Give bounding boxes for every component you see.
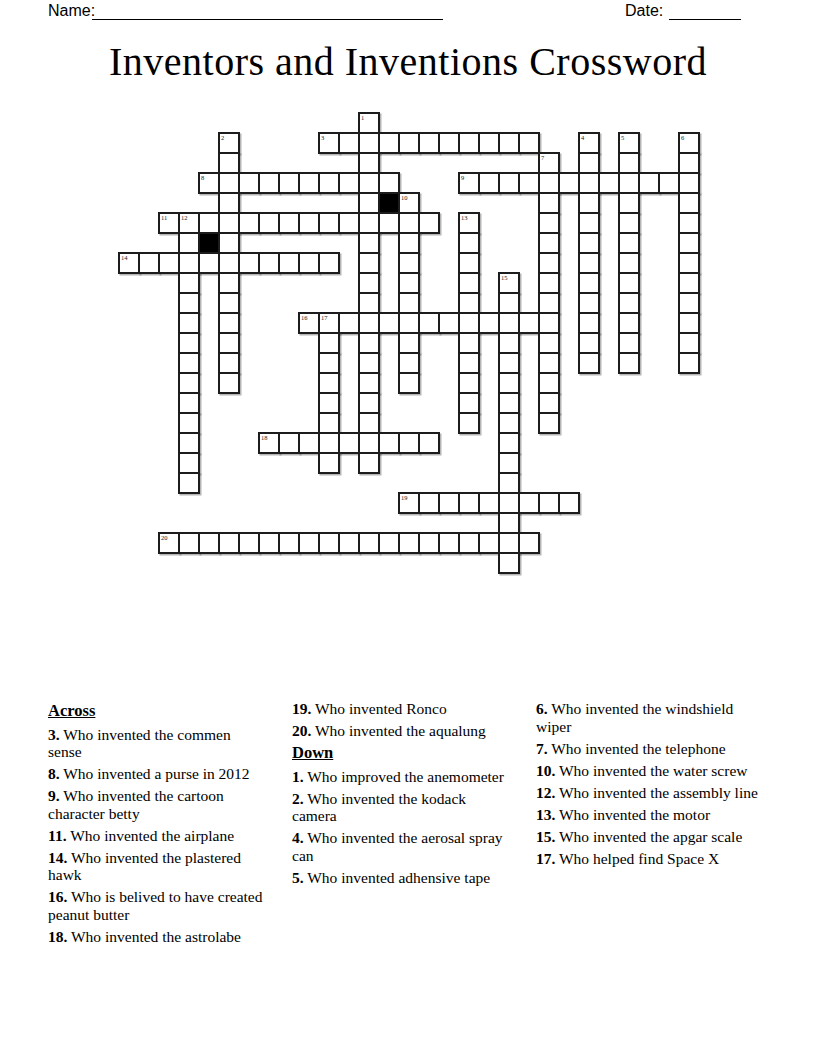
grid-cell[interactable] <box>578 312 600 334</box>
grid-cell[interactable] <box>358 232 380 254</box>
grid-cell[interactable] <box>518 132 540 154</box>
grid-cell[interactable] <box>378 132 400 154</box>
grid-cell[interactable] <box>618 272 640 294</box>
grid-cell[interactable] <box>538 252 560 274</box>
grid-cell[interactable] <box>618 172 640 194</box>
grid-cell[interactable] <box>358 332 380 354</box>
grid-cell[interactable] <box>218 312 240 334</box>
clue-number: 2. <box>292 790 304 807</box>
date-label: Date: <box>625 2 663 20</box>
grid-cell[interactable] <box>238 172 260 194</box>
grid-cell[interactable] <box>498 512 520 534</box>
grid-cell[interactable] <box>398 212 420 234</box>
grid-cell[interactable] <box>398 252 420 274</box>
grid-cell[interactable] <box>318 532 340 554</box>
clue-number: 1 <box>361 114 364 122</box>
grid-cell[interactable] <box>278 532 300 554</box>
grid-cell[interactable] <box>418 132 440 154</box>
grid-cell[interactable] <box>278 252 300 274</box>
clue-number: 6 <box>681 134 684 142</box>
grid-cell[interactable] <box>258 212 280 234</box>
across-heading: Across <box>48 702 263 720</box>
clue-number: 16. <box>48 888 67 905</box>
clue-number: 8 <box>201 174 204 182</box>
blocked-cell <box>198 232 220 254</box>
grid-cell[interactable]: 1 <box>358 112 380 134</box>
grid-cell[interactable] <box>298 212 320 234</box>
grid-cell[interactable] <box>418 532 440 554</box>
grid-cell[interactable] <box>178 292 200 314</box>
grid-cell[interactable] <box>358 372 380 394</box>
clue-number: 5. <box>292 869 304 886</box>
grid-cell[interactable] <box>358 212 380 234</box>
grid-cell[interactable] <box>178 352 200 374</box>
clue-down-7: 7. Who invented the telephone <box>536 740 758 758</box>
clue-down-17: 17. Who helped find Space X <box>536 850 758 868</box>
grid-cell[interactable] <box>178 392 200 414</box>
grid-cell[interactable] <box>518 172 540 194</box>
clue-number: 7 <box>541 154 544 162</box>
grid-cell[interactable] <box>438 312 460 334</box>
grid-cell[interactable] <box>358 452 380 474</box>
grid-cell[interactable] <box>538 392 560 414</box>
grid-cell[interactable] <box>478 532 500 554</box>
grid-cell[interactable] <box>218 372 240 394</box>
grid-cell[interactable] <box>498 492 520 514</box>
grid-cell[interactable]: 6 <box>678 132 700 154</box>
grid-cell[interactable] <box>378 432 400 454</box>
name-label: Name: <box>48 2 95 20</box>
grid-cell[interactable]: 20 <box>158 532 180 554</box>
grid-cell[interactable] <box>458 312 480 334</box>
grid-cell[interactable] <box>398 372 420 394</box>
grid-cell[interactable] <box>218 252 240 274</box>
clue-number: 3. <box>48 726 60 743</box>
grid-cell[interactable] <box>538 312 560 334</box>
grid-cell[interactable] <box>498 352 520 374</box>
grid-cell[interactable] <box>318 332 340 354</box>
grid-cell[interactable] <box>518 312 540 334</box>
clue-column-1: Across3. Who invented the commen sense8.… <box>48 700 263 950</box>
grid-cell[interactable]: 18 <box>258 432 280 454</box>
grid-cell[interactable] <box>238 532 260 554</box>
grid-cell[interactable] <box>338 172 360 194</box>
grid-cell[interactable] <box>178 472 200 494</box>
grid-cell[interactable] <box>458 292 480 314</box>
grid-cell[interactable] <box>458 492 480 514</box>
clue-number: 13. <box>536 806 555 823</box>
grid-cell[interactable] <box>218 232 240 254</box>
grid-cell[interactable] <box>398 312 420 334</box>
grid-cell[interactable] <box>638 172 660 194</box>
grid-cell[interactable]: 12 <box>178 212 200 234</box>
clue-number: 20. <box>292 722 311 739</box>
grid-cell[interactable] <box>538 332 560 354</box>
grid-cell[interactable] <box>358 152 380 174</box>
grid-cell[interactable] <box>438 132 460 154</box>
grid-cell[interactable]: 14 <box>118 252 140 274</box>
clue-across-19: 19. Who invented Ronco <box>292 700 504 718</box>
grid-cell[interactable] <box>538 212 560 234</box>
clue-down-10: 10. Who invented the water screw <box>536 762 758 780</box>
grid-cell[interactable] <box>218 292 240 314</box>
clue-number: 5 <box>621 134 624 142</box>
grid-cell[interactable] <box>678 292 700 314</box>
grid-cell[interactable] <box>278 432 300 454</box>
clue-number: 11 <box>161 214 167 222</box>
grid-cell[interactable] <box>538 192 560 214</box>
grid-cell[interactable] <box>218 212 240 234</box>
grid-cell[interactable] <box>318 252 340 274</box>
grid-cell[interactable]: 5 <box>618 132 640 154</box>
clue-across-9: 9. Who invented the cartoon character be… <box>48 787 263 822</box>
grid-cell[interactable] <box>618 232 640 254</box>
grid-cell[interactable] <box>338 432 360 454</box>
grid-cell[interactable]: 15 <box>498 272 520 294</box>
grid-cell[interactable]: 4 <box>578 132 600 154</box>
grid-cell[interactable] <box>618 192 640 214</box>
grid-cell[interactable] <box>678 172 700 194</box>
grid-cell[interactable] <box>318 432 340 454</box>
grid-cell[interactable] <box>518 532 540 554</box>
grid-cell[interactable] <box>178 272 200 294</box>
clue-down-6: 6. Who invented the windshield wiper <box>536 700 758 735</box>
grid-cell[interactable] <box>438 532 460 554</box>
grid-cell[interactable] <box>678 252 700 274</box>
grid-cell[interactable] <box>538 492 560 514</box>
grid-cell[interactable] <box>358 272 380 294</box>
grid-cell[interactable] <box>378 172 400 194</box>
grid-cell[interactable] <box>218 352 240 374</box>
clue-down-15: 15. Who invented the apgar scale <box>536 828 758 846</box>
grid-cell[interactable] <box>318 392 340 414</box>
grid-cell[interactable] <box>498 292 520 314</box>
grid-cell[interactable] <box>258 532 280 554</box>
crossword-grid: 1234567891011121314151617181920 <box>118 112 702 576</box>
grid-cell[interactable]: 13 <box>458 212 480 234</box>
grid-cell[interactable] <box>618 292 640 314</box>
grid-cell[interactable] <box>218 532 240 554</box>
grid-cell[interactable]: 2 <box>218 132 240 154</box>
grid-cell[interactable] <box>498 552 520 574</box>
grid-cell[interactable] <box>398 332 420 354</box>
grid-cell[interactable]: 10 <box>398 192 420 214</box>
grid-cell[interactable] <box>478 492 500 514</box>
grid-cell[interactable] <box>458 392 480 414</box>
grid-cell[interactable] <box>578 152 600 174</box>
clue-number: 14 <box>121 254 128 262</box>
clue-number: 20 <box>161 534 168 542</box>
grid-cell[interactable] <box>298 172 320 194</box>
clue-number: 12. <box>536 784 555 801</box>
grid-cell[interactable] <box>678 232 700 254</box>
grid-cell[interactable] <box>538 372 560 394</box>
grid-cell[interactable] <box>538 172 560 194</box>
clue-number: 14. <box>48 849 67 866</box>
grid-cell[interactable] <box>538 412 560 434</box>
grid-cell[interactable] <box>298 432 320 454</box>
grid-cell[interactable] <box>678 272 700 294</box>
grid-cell[interactable] <box>398 352 420 374</box>
grid-cell[interactable] <box>158 252 180 274</box>
grid-cell[interactable] <box>618 332 640 354</box>
grid-cell[interactable] <box>258 252 280 274</box>
grid-cell[interactable] <box>318 212 340 234</box>
grid-cell[interactable] <box>358 412 380 434</box>
clue-number: 9 <box>461 174 464 182</box>
clue-number: 1. <box>292 768 304 785</box>
grid-cell[interactable] <box>358 252 380 274</box>
grid-cell[interactable] <box>398 232 420 254</box>
clue-number: 17 <box>321 314 328 322</box>
clue-down-5: 5. Who invented adhensive tape <box>292 869 504 887</box>
grid-cell[interactable] <box>458 352 480 374</box>
grid-cell[interactable] <box>358 392 380 414</box>
grid-cell[interactable] <box>338 312 360 334</box>
clue-number: 17. <box>536 850 555 867</box>
clue-number: 15. <box>536 828 555 845</box>
grid-cell[interactable] <box>378 212 400 234</box>
grid-cell[interactable]: 9 <box>458 172 480 194</box>
grid-cell[interactable] <box>218 272 240 294</box>
grid-cell[interactable] <box>538 272 560 294</box>
grid-cell[interactable] <box>678 352 700 374</box>
grid-cell[interactable] <box>338 132 360 154</box>
grid-cell[interactable] <box>218 152 240 174</box>
clue-number: 4 <box>581 134 584 142</box>
clue-number: 6. <box>536 700 548 717</box>
clue-down-4: 4. Who invented the aerosal spray can <box>292 829 504 864</box>
grid-cell[interactable] <box>398 532 420 554</box>
clue-number: 9. <box>48 787 60 804</box>
grid-cell[interactable] <box>458 252 480 274</box>
grid-cell[interactable] <box>238 252 260 274</box>
page-title: Inventors and Inventions Crossword <box>0 38 816 85</box>
grid-cell[interactable] <box>678 192 700 214</box>
grid-cell[interactable] <box>578 292 600 314</box>
clue-number: 2 <box>221 134 224 142</box>
clue-number: 18. <box>48 928 67 945</box>
grid-cell[interactable] <box>458 532 480 554</box>
clue-number: 10. <box>536 762 555 779</box>
grid-cell[interactable] <box>458 332 480 354</box>
grid-cell[interactable]: 19 <box>398 492 420 514</box>
grid-cell[interactable] <box>458 132 480 154</box>
grid-cell[interactable] <box>458 232 480 254</box>
grid-cell[interactable] <box>618 212 640 234</box>
grid-cell[interactable] <box>218 192 240 214</box>
grid-cell[interactable] <box>198 532 220 554</box>
grid-cell[interactable] <box>458 412 480 434</box>
grid-cell[interactable] <box>678 152 700 174</box>
grid-cell[interactable] <box>458 372 480 394</box>
grid-cell[interactable] <box>178 532 200 554</box>
grid-cell[interactable] <box>438 492 460 514</box>
grid-cell[interactable] <box>578 212 600 234</box>
clue-across-8: 8. Who invented a purse in 2012 <box>48 765 263 783</box>
grid-cell[interactable] <box>498 132 520 154</box>
grid-cell[interactable] <box>358 312 380 334</box>
grid-cell[interactable] <box>618 252 640 274</box>
clue-number: 11. <box>48 827 67 844</box>
clue-across-11: 11. Who invented the airplane <box>48 827 263 845</box>
grid-cell[interactable] <box>678 332 700 354</box>
grid-cell[interactable]: 7 <box>538 152 560 174</box>
grid-cell[interactable] <box>318 412 340 434</box>
grid-cell[interactable] <box>338 532 360 554</box>
grid-cell[interactable] <box>318 452 340 474</box>
grid-cell[interactable] <box>598 172 620 194</box>
grid-cell[interactable] <box>178 232 200 254</box>
clue-number: 19. <box>292 700 311 717</box>
grid-cell[interactable]: 16 <box>298 312 320 334</box>
grid-cell[interactable] <box>618 312 640 334</box>
grid-cell[interactable] <box>498 412 520 434</box>
clue-down-13: 13. Who invented the motor <box>536 806 758 824</box>
clue-column-3: 6. Who invented the windshield wiper7. W… <box>536 700 758 872</box>
grid-cell[interactable] <box>418 212 440 234</box>
grid-cell[interactable] <box>358 352 380 374</box>
clue-down-2: 2. Who invented the kodack camera <box>292 790 504 825</box>
grid-cell[interactable]: 3 <box>318 132 340 154</box>
grid-cell[interactable] <box>178 252 200 274</box>
grid-cell[interactable] <box>398 432 420 454</box>
grid-cell[interactable] <box>518 492 540 514</box>
grid-cell[interactable]: 11 <box>158 212 180 234</box>
grid-cell[interactable] <box>578 352 600 374</box>
grid-cell[interactable] <box>278 172 300 194</box>
grid-cell[interactable] <box>358 292 380 314</box>
grid-cell[interactable] <box>578 172 600 194</box>
grid-cell[interactable] <box>318 172 340 194</box>
grid-cell[interactable] <box>218 172 240 194</box>
grid-cell[interactable] <box>178 332 200 354</box>
grid-cell[interactable] <box>398 132 420 154</box>
grid-cell[interactable] <box>618 352 640 374</box>
clue-number: 15 <box>501 274 508 282</box>
clue-across-14: 14. Who invented the plastered hawk <box>48 849 263 884</box>
clue-across-18: 18. Who invented the astrolabe <box>48 928 263 946</box>
grid-cell[interactable]: 17 <box>318 312 340 334</box>
grid-cell[interactable] <box>298 252 320 274</box>
grid-cell[interactable] <box>378 312 400 334</box>
grid-cell[interactable] <box>498 332 520 354</box>
clue-across-20: 20. Who invented the aqualung <box>292 722 504 740</box>
grid-cell[interactable] <box>298 532 320 554</box>
clue-number: 12 <box>181 214 188 222</box>
grid-cell[interactable] <box>418 432 440 454</box>
clue-column-2: 19. Who invented Ronco20. Who invented t… <box>292 700 504 891</box>
grid-cell[interactable] <box>318 372 340 394</box>
grid-cell[interactable] <box>198 252 220 274</box>
clue-number: 3 <box>321 134 324 142</box>
grid-cell[interactable] <box>578 232 600 254</box>
clue-down-12: 12. Who invented the assembly line <box>536 784 758 802</box>
worksheet-page: Name: Date: Inventors and Inventions Cro… <box>0 0 816 1056</box>
grid-cell[interactable] <box>578 332 600 354</box>
name-blank-line[interactable] <box>92 2 443 20</box>
clue-across-3: 3. Who invented the commen sense <box>48 726 263 761</box>
grid-cell[interactable]: 8 <box>198 172 220 194</box>
clue-number: 16 <box>301 314 308 322</box>
clue-across-16: 16. Who is belived to have created peanu… <box>48 888 263 923</box>
grid-cell[interactable] <box>378 532 400 554</box>
grid-cell[interactable] <box>338 212 360 234</box>
clue-number: 4. <box>292 829 304 846</box>
grid-cell[interactable] <box>618 152 640 174</box>
clue-number: 18 <box>261 434 268 442</box>
grid-cell[interactable] <box>478 172 500 194</box>
grid-cell[interactable] <box>498 172 520 194</box>
grid-cell[interactable] <box>398 272 420 294</box>
grid-cell[interactable] <box>258 172 280 194</box>
grid-cell[interactable] <box>658 172 680 194</box>
grid-cell[interactable] <box>498 472 520 494</box>
grid-cell[interactable] <box>478 132 500 154</box>
grid-cell[interactable] <box>358 132 380 154</box>
grid-cell[interactable] <box>578 252 600 274</box>
grid-cell[interactable] <box>538 352 560 374</box>
grid-cell[interactable] <box>138 252 160 274</box>
grid-cell[interactable] <box>538 292 560 314</box>
grid-cell[interactable] <box>178 312 200 334</box>
grid-cell[interactable] <box>178 372 200 394</box>
grid-cell[interactable] <box>178 452 200 474</box>
grid-cell[interactable] <box>218 332 240 354</box>
grid-cell[interactable] <box>538 232 560 254</box>
grid-cell[interactable] <box>498 392 520 414</box>
clue-number: 19 <box>401 494 408 502</box>
grid-cell[interactable] <box>418 492 440 514</box>
grid-cell[interactable] <box>318 352 340 374</box>
grid-cell[interactable] <box>498 372 520 394</box>
grid-cell[interactable] <box>478 312 500 334</box>
grid-cell[interactable] <box>198 212 220 234</box>
grid-cell[interactable] <box>498 432 520 454</box>
grid-cell[interactable] <box>178 412 200 434</box>
grid-cell[interactable] <box>358 172 380 194</box>
grid-cell[interactable] <box>398 292 420 314</box>
date-blank-line[interactable] <box>669 2 741 20</box>
grid-cell[interactable] <box>278 212 300 234</box>
clue-number: 10 <box>401 194 408 202</box>
grid-cell[interactable] <box>578 272 600 294</box>
grid-cell[interactable] <box>678 312 700 334</box>
clue-number: 13 <box>461 214 468 222</box>
grid-cell[interactable] <box>498 312 520 334</box>
grid-cell[interactable] <box>358 432 380 454</box>
grid-cell[interactable] <box>558 492 580 514</box>
grid-cell[interactable] <box>578 192 600 214</box>
down-heading: Down <box>292 744 504 762</box>
clue-number: 8. <box>48 765 60 782</box>
grid-cell[interactable] <box>358 532 380 554</box>
clue-number: 7. <box>536 740 548 757</box>
grid-cell[interactable] <box>498 452 520 474</box>
grid-cell[interactable] <box>358 192 380 214</box>
grid-cell[interactable] <box>498 532 520 554</box>
grid-cell[interactable] <box>418 312 440 334</box>
grid-cell[interactable] <box>178 432 200 454</box>
grid-cell[interactable] <box>458 272 480 294</box>
blocked-cell <box>378 192 400 214</box>
grid-cell[interactable] <box>558 172 580 194</box>
clue-down-1: 1. Who improved the anemometer <box>292 768 504 786</box>
grid-cell[interactable] <box>238 212 260 234</box>
grid-cell[interactable] <box>678 212 700 234</box>
